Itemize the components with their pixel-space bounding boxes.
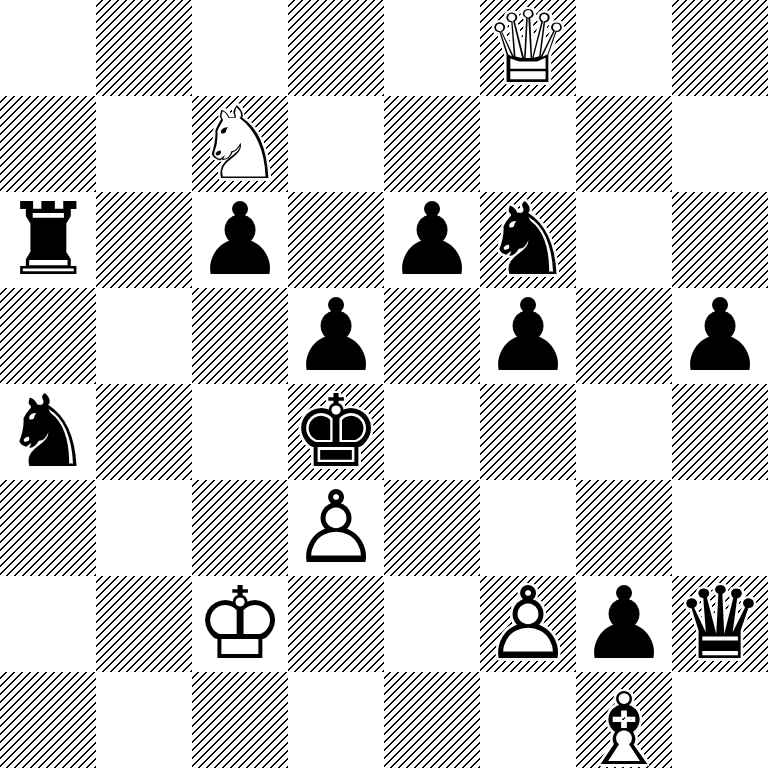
square-b2[interactable] (96, 576, 192, 672)
square-h2[interactable]: ♛♛ (672, 576, 768, 672)
square-c5[interactable] (192, 288, 288, 384)
square-e1[interactable] (384, 672, 480, 768)
white-pawn: ♟♙ (288, 480, 384, 576)
square-a7[interactable] (0, 96, 96, 192)
square-a5[interactable] (0, 288, 96, 384)
square-g3[interactable] (576, 480, 672, 576)
square-c8[interactable] (192, 0, 288, 96)
square-e8[interactable] (384, 0, 480, 96)
square-d8[interactable] (288, 0, 384, 96)
square-e5[interactable] (384, 288, 480, 384)
square-e7[interactable] (384, 96, 480, 192)
square-g4[interactable] (576, 384, 672, 480)
square-h7[interactable] (672, 96, 768, 192)
white-knight: ♞♘ (192, 96, 288, 192)
white-queen-glyph: ♕ (480, 0, 576, 96)
square-a6[interactable]: ♜♜ (0, 192, 96, 288)
square-b8[interactable] (96, 0, 192, 96)
square-f4[interactable] (480, 384, 576, 480)
square-d6[interactable] (288, 192, 384, 288)
black-knight-glyph: ♞ (0, 384, 96, 480)
black-pawn: ♟♟ (480, 288, 576, 384)
white-bishop: ♝♗ (576, 682, 672, 768)
black-pawn: ♟♟ (288, 288, 384, 384)
black-pawn-glyph: ♟ (192, 192, 288, 288)
square-h8[interactable] (672, 0, 768, 96)
black-queen: ♛♛ (672, 576, 768, 672)
black-king-glyph: ♚ (288, 384, 384, 480)
white-knight-glyph: ♘ (192, 96, 288, 192)
square-a8[interactable] (0, 0, 96, 96)
square-d4[interactable]: ♚♚ (288, 384, 384, 480)
square-e3[interactable] (384, 480, 480, 576)
square-e6[interactable]: ♟♟ (384, 192, 480, 288)
square-g8[interactable] (576, 0, 672, 96)
chess-board: ♛♕♞♘♜♜♟♟♟♟♞♞♟♟♟♟♟♟♞♞♚♚♟♙♚♔♟♙♟♟♛♛♝♗ (0, 0, 768, 768)
square-d2[interactable] (288, 576, 384, 672)
square-d1[interactable] (288, 672, 384, 768)
black-queen-glyph: ♛ (672, 576, 768, 672)
square-b1[interactable] (96, 672, 192, 768)
square-f2[interactable]: ♟♙ (480, 576, 576, 672)
black-king: ♚♚ (288, 384, 384, 480)
square-e4[interactable] (384, 384, 480, 480)
square-g7[interactable] (576, 96, 672, 192)
square-e2[interactable] (384, 576, 480, 672)
white-king: ♚♔ (192, 576, 288, 672)
white-queen: ♛♕ (480, 0, 576, 96)
black-pawn: ♟♟ (576, 576, 672, 672)
square-b3[interactable] (96, 480, 192, 576)
square-d7[interactable] (288, 96, 384, 192)
square-a4[interactable]: ♞♞ (0, 384, 96, 480)
square-c4[interactable] (192, 384, 288, 480)
square-d3[interactable]: ♟♙ (288, 480, 384, 576)
square-g2[interactable]: ♟♟ (576, 576, 672, 672)
black-pawn: ♟♟ (192, 192, 288, 288)
square-h3[interactable] (672, 480, 768, 576)
square-c2[interactable]: ♚♔ (192, 576, 288, 672)
square-f5[interactable]: ♟♟ (480, 288, 576, 384)
square-b4[interactable] (96, 384, 192, 480)
square-f3[interactable] (480, 480, 576, 576)
square-g5[interactable] (576, 288, 672, 384)
square-h6[interactable] (672, 192, 768, 288)
square-c1[interactable] (192, 672, 288, 768)
square-c7[interactable]: ♞♘ (192, 96, 288, 192)
black-pawn-glyph: ♟ (672, 288, 768, 384)
square-h4[interactable] (672, 384, 768, 480)
black-pawn-glyph: ♟ (576, 576, 672, 672)
square-f7[interactable] (480, 96, 576, 192)
black-rook: ♜♜ (0, 192, 96, 288)
black-pawn: ♟♟ (672, 288, 768, 384)
square-c6[interactable]: ♟♟ (192, 192, 288, 288)
black-knight: ♞♞ (480, 192, 576, 288)
square-h1[interactable] (672, 672, 768, 768)
white-pawn-glyph: ♙ (288, 480, 384, 576)
black-pawn-glyph: ♟ (288, 288, 384, 384)
white-pawn: ♟♙ (480, 576, 576, 672)
square-b5[interactable] (96, 288, 192, 384)
white-pawn-glyph: ♙ (480, 576, 576, 672)
square-b6[interactable] (96, 192, 192, 288)
square-h5[interactable]: ♟♟ (672, 288, 768, 384)
black-pawn: ♟♟ (384, 192, 480, 288)
white-bishop-glyph: ♗ (576, 682, 672, 768)
square-a2[interactable] (0, 576, 96, 672)
square-g1[interactable]: ♝♗ (576, 672, 672, 768)
black-pawn-glyph: ♟ (480, 288, 576, 384)
square-c3[interactable] (192, 480, 288, 576)
square-a3[interactable] (0, 480, 96, 576)
black-knight: ♞♞ (0, 384, 96, 480)
square-d5[interactable]: ♟♟ (288, 288, 384, 384)
square-a1[interactable] (0, 672, 96, 768)
square-g6[interactable] (576, 192, 672, 288)
black-rook-glyph: ♜ (0, 192, 96, 288)
white-king-glyph: ♔ (192, 576, 288, 672)
black-pawn-glyph: ♟ (384, 192, 480, 288)
square-f1[interactable] (480, 672, 576, 768)
black-knight-glyph: ♞ (480, 192, 576, 288)
square-f8[interactable]: ♛♕ (480, 0, 576, 96)
square-f6[interactable]: ♞♞ (480, 192, 576, 288)
square-b7[interactable] (96, 96, 192, 192)
